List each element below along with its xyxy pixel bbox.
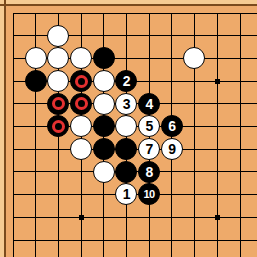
go-stone-white: 1 [115, 183, 137, 205]
go-stone-black [47, 115, 69, 137]
go-stone-black [70, 70, 92, 92]
go-stone-black [93, 115, 115, 137]
go-stone-white: 9 [161, 138, 183, 160]
go-stone-white [70, 138, 92, 160]
red-circle-marker [52, 97, 65, 110]
go-stone-black: 10 [138, 183, 160, 205]
go-stone-black: 8 [138, 161, 160, 183]
move-number: 9 [168, 142, 175, 156]
go-stone-white: 5 [138, 115, 160, 137]
go-stone-white [183, 47, 205, 69]
go-stone-black [115, 161, 137, 183]
go-stone-white: 7 [138, 138, 160, 160]
move-number: 1 [123, 187, 130, 201]
go-stone-black [93, 138, 115, 160]
go-stone-white: 3 [115, 93, 137, 115]
move-number: 5 [145, 119, 152, 133]
go-stone-black [47, 93, 69, 115]
go-stone-black [93, 47, 115, 69]
go-stone-black [25, 70, 47, 92]
move-number: 7 [145, 142, 152, 156]
go-stone-black: 4 [138, 93, 160, 115]
go-board-diagram: 23456798110 [0, 0, 257, 257]
go-stone-white [25, 47, 47, 69]
move-number: 10 [143, 188, 154, 199]
go-stone-white [115, 115, 137, 137]
red-circle-marker [75, 97, 88, 110]
go-stone-white [93, 161, 115, 183]
stones-grid: 23456798110 [2, 2, 252, 252]
move-number: 3 [123, 96, 130, 110]
move-number: 6 [168, 119, 175, 133]
go-stone-white [93, 70, 115, 92]
go-stone-black: 6 [161, 115, 183, 137]
go-stone-white [47, 47, 69, 69]
red-circle-marker [75, 75, 88, 88]
go-stone-black: 2 [115, 70, 137, 92]
go-stone-white [93, 93, 115, 115]
red-circle-marker [52, 120, 65, 133]
go-stone-black [70, 93, 92, 115]
move-number: 2 [123, 74, 130, 88]
move-number: 8 [145, 164, 152, 178]
go-stone-white [70, 115, 92, 137]
go-stone-white [47, 25, 69, 47]
go-stone-white [70, 47, 92, 69]
go-stone-black [115, 138, 137, 160]
go-stone-white [47, 70, 69, 92]
move-number: 4 [145, 96, 152, 110]
